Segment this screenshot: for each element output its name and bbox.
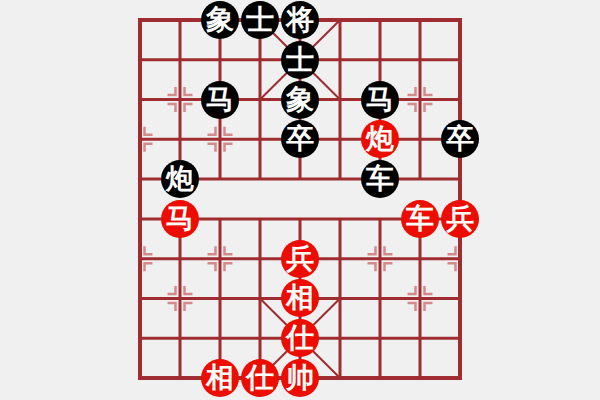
piece-red-elephant[interactable]: 相 [281, 279, 319, 317]
piece-black-advisor[interactable]: 士 [281, 41, 319, 79]
piece-black-general[interactable]: 将 [281, 1, 319, 39]
piece-black-soldier[interactable]: 卒 [441, 120, 479, 158]
piece-black-cannon[interactable]: 炮 [161, 160, 199, 198]
piece-black-soldier[interactable]: 卒 [281, 120, 319, 158]
pieces-layer: 象士将士马象马卒炮卒炮车马车兵兵相仕相仕帅 [0, 0, 600, 400]
piece-black-chariot[interactable]: 车 [361, 160, 399, 198]
piece-red-chariot[interactable]: 车 [401, 200, 439, 238]
piece-red-horse[interactable]: 马 [161, 200, 199, 238]
piece-black-horse[interactable]: 马 [201, 81, 239, 119]
xiangqi-screen: 象士将士马象马卒炮卒炮车马车兵兵相仕相仕帅 [0, 0, 600, 400]
piece-black-elephant[interactable]: 象 [281, 81, 319, 119]
piece-red-cannon[interactable]: 炮 [361, 120, 399, 158]
piece-black-horse[interactable]: 马 [361, 81, 399, 119]
piece-red-soldier[interactable]: 兵 [441, 200, 479, 238]
piece-red-advisor[interactable]: 仕 [281, 319, 319, 357]
piece-red-elephant[interactable]: 相 [201, 359, 239, 397]
piece-black-elephant[interactable]: 象 [201, 1, 239, 39]
piece-black-advisor[interactable]: 士 [241, 1, 279, 39]
piece-red-advisor[interactable]: 仕 [241, 359, 279, 397]
piece-red-general[interactable]: 帅 [281, 359, 319, 397]
piece-red-soldier[interactable]: 兵 [281, 240, 319, 278]
